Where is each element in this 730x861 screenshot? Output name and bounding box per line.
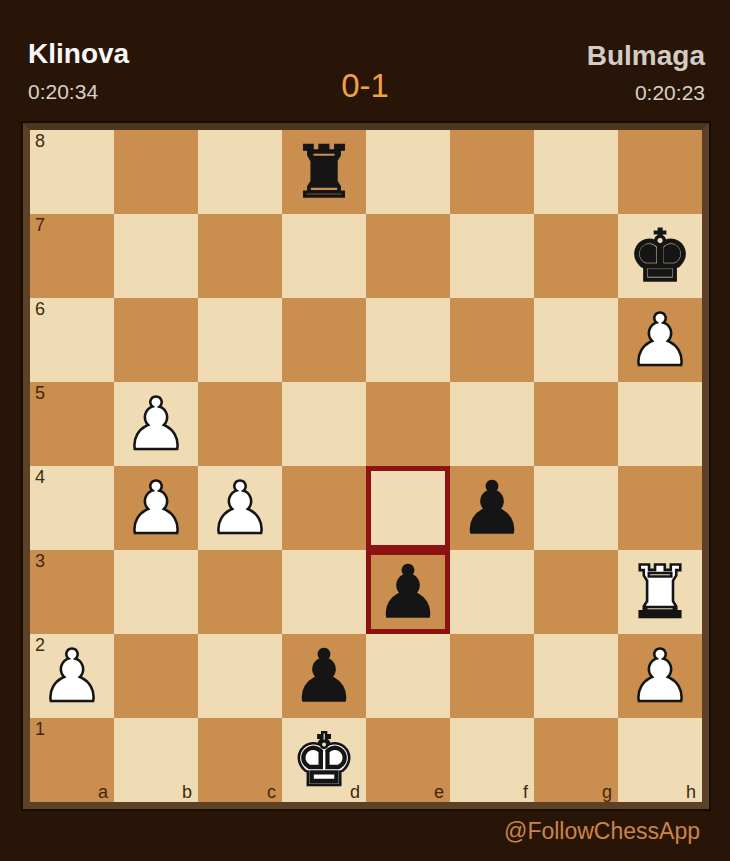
square-f1[interactable]: f — [450, 718, 534, 802]
square-c3[interactable] — [198, 550, 282, 634]
piece-black-rook-d8[interactable]: ♜ — [282, 130, 366, 214]
chess-board: 8♜7♚6♟5♟4♟♟♟3♟♜2♟♟♟1abcd♚efgh — [30, 130, 702, 802]
rank-label-8: 8 — [35, 131, 45, 151]
square-b4[interactable]: ♟ — [114, 466, 198, 550]
rank-label-6: 6 — [35, 299, 45, 319]
square-f6[interactable] — [450, 298, 534, 382]
watermark-follow-chess-app: @FollowChessApp — [504, 818, 700, 845]
square-d3[interactable] — [282, 550, 366, 634]
square-d2[interactable]: ♟ — [282, 634, 366, 718]
square-d7[interactable] — [282, 214, 366, 298]
square-f3[interactable] — [450, 550, 534, 634]
square-g4[interactable] — [534, 466, 618, 550]
square-a2[interactable]: 2♟ — [30, 634, 114, 718]
white-player-name: Klinova — [28, 38, 129, 70]
square-b6[interactable] — [114, 298, 198, 382]
square-a3[interactable]: 3 — [30, 550, 114, 634]
rank-label-4: 4 — [35, 467, 45, 487]
piece-black-pawn-e3[interactable]: ♟ — [366, 550, 450, 634]
square-g7[interactable] — [534, 214, 618, 298]
file-label-g: g — [602, 782, 612, 802]
square-c2[interactable] — [198, 634, 282, 718]
square-d8[interactable]: ♜ — [282, 130, 366, 214]
square-a7[interactable]: 7 — [30, 214, 114, 298]
square-h1[interactable]: h — [618, 718, 702, 802]
square-f8[interactable] — [450, 130, 534, 214]
square-e3[interactable]: ♟ — [366, 550, 450, 634]
square-g6[interactable] — [534, 298, 618, 382]
square-b7[interactable] — [114, 214, 198, 298]
file-label-c: c — [267, 782, 276, 802]
square-h8[interactable] — [618, 130, 702, 214]
black-player-name: Bulmaga — [587, 40, 705, 72]
square-g1[interactable]: g — [534, 718, 618, 802]
piece-white-pawn-h2[interactable]: ♟ — [618, 634, 702, 718]
square-b2[interactable] — [114, 634, 198, 718]
square-b1[interactable]: b — [114, 718, 198, 802]
square-a1[interactable]: 1a — [30, 718, 114, 802]
square-g8[interactable] — [534, 130, 618, 214]
rank-label-5: 5 — [35, 383, 45, 403]
piece-white-rook-h3[interactable]: ♜ — [618, 550, 702, 634]
square-e7[interactable] — [366, 214, 450, 298]
file-label-f: f — [523, 782, 528, 802]
square-h7[interactable]: ♚ — [618, 214, 702, 298]
game-result: 0-1 — [0, 67, 730, 105]
chess-board-frame: 8♜7♚6♟5♟4♟♟♟3♟♜2♟♟♟1abcd♚efgh — [23, 123, 709, 809]
square-c5[interactable] — [198, 382, 282, 466]
square-c4[interactable]: ♟ — [198, 466, 282, 550]
square-e5[interactable] — [366, 382, 450, 466]
square-f7[interactable] — [450, 214, 534, 298]
file-label-b: b — [182, 782, 192, 802]
square-h2[interactable]: ♟ — [618, 634, 702, 718]
square-b5[interactable]: ♟ — [114, 382, 198, 466]
square-c1[interactable]: c — [198, 718, 282, 802]
piece-white-pawn-h6[interactable]: ♟ — [618, 298, 702, 382]
square-f4[interactable]: ♟ — [450, 466, 534, 550]
square-a4[interactable]: 4 — [30, 466, 114, 550]
piece-black-pawn-d2[interactable]: ♟ — [282, 634, 366, 718]
piece-white-pawn-a2[interactable]: ♟ — [30, 634, 114, 718]
piece-white-pawn-b5[interactable]: ♟ — [114, 382, 198, 466]
black-player-clock: 0:20:23 — [635, 81, 705, 105]
square-g3[interactable] — [534, 550, 618, 634]
file-label-e: e — [434, 782, 444, 802]
square-h4[interactable] — [618, 466, 702, 550]
square-e1[interactable]: e — [366, 718, 450, 802]
square-d4[interactable] — [282, 466, 366, 550]
square-b8[interactable] — [114, 130, 198, 214]
piece-white-pawn-c4[interactable]: ♟ — [198, 466, 282, 550]
file-label-h: h — [686, 782, 696, 802]
square-d1[interactable]: d♚ — [282, 718, 366, 802]
piece-black-pawn-f4[interactable]: ♟ — [450, 466, 534, 550]
square-d6[interactable] — [282, 298, 366, 382]
rank-label-1: 1 — [35, 719, 45, 739]
square-e4[interactable] — [366, 466, 450, 550]
square-b3[interactable] — [114, 550, 198, 634]
square-g2[interactable] — [534, 634, 618, 718]
square-e6[interactable] — [366, 298, 450, 382]
piece-white-king-d1[interactable]: ♚ — [282, 718, 366, 802]
square-a6[interactable]: 6 — [30, 298, 114, 382]
square-h3[interactable]: ♜ — [618, 550, 702, 634]
square-g5[interactable] — [534, 382, 618, 466]
square-a8[interactable]: 8 — [30, 130, 114, 214]
square-f2[interactable] — [450, 634, 534, 718]
square-h6[interactable]: ♟ — [618, 298, 702, 382]
rank-label-7: 7 — [35, 215, 45, 235]
file-label-a: a — [98, 782, 108, 802]
rank-label-3: 3 — [35, 551, 45, 571]
square-a5[interactable]: 5 — [30, 382, 114, 466]
square-h5[interactable] — [618, 382, 702, 466]
square-f5[interactable] — [450, 382, 534, 466]
square-e8[interactable] — [366, 130, 450, 214]
piece-white-pawn-b4[interactable]: ♟ — [114, 466, 198, 550]
square-d5[interactable] — [282, 382, 366, 466]
square-c8[interactable] — [198, 130, 282, 214]
square-c6[interactable] — [198, 298, 282, 382]
piece-black-king-h7[interactable]: ♚ — [618, 214, 702, 298]
square-c7[interactable] — [198, 214, 282, 298]
square-e2[interactable] — [366, 634, 450, 718]
